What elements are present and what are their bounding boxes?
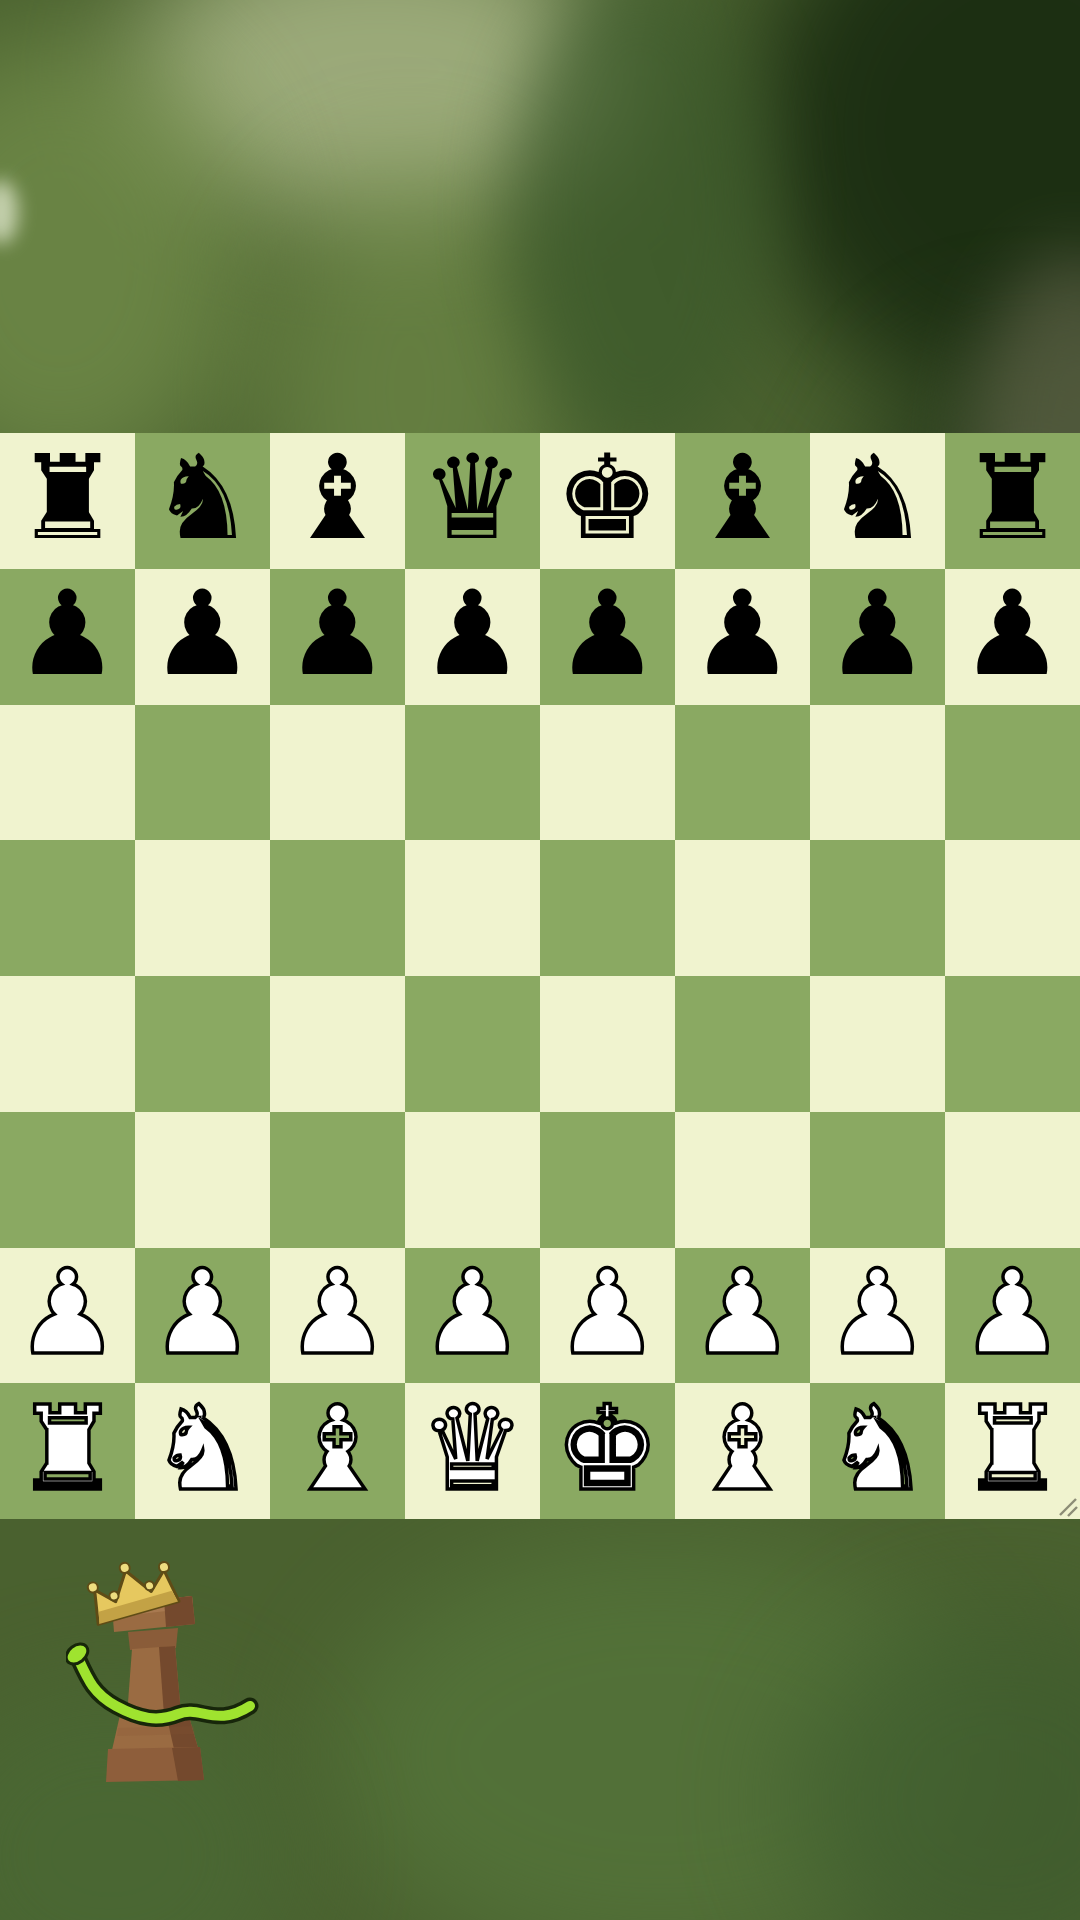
square-h7[interactable]: ♟ (945, 569, 1080, 705)
square-h5[interactable] (945, 840, 1080, 976)
square-c3[interactable] (270, 1112, 405, 1248)
square-g4[interactable] (810, 976, 945, 1112)
square-e2[interactable]: ♟ (540, 1248, 675, 1384)
piece-white-pawn[interactable]: ♟ (420, 1254, 525, 1371)
square-a4[interactable] (0, 976, 135, 1112)
piece-black-knight[interactable]: ♞ (150, 439, 255, 556)
square-b8[interactable]: ♞ (135, 433, 270, 569)
rook-icon (106, 1596, 204, 1782)
piece-black-king[interactable]: ♚ (555, 439, 660, 556)
square-e1[interactable]: ♚ (540, 1383, 675, 1519)
crowned-rook-snake-logo (66, 1552, 270, 1792)
square-a3[interactable] (0, 1112, 135, 1248)
square-f8[interactable]: ♝ (675, 433, 810, 569)
piece-black-pawn[interactable]: ♟ (825, 575, 930, 692)
square-c1[interactable]: ♝ (270, 1383, 405, 1519)
square-b4[interactable] (135, 976, 270, 1112)
square-a2[interactable]: ♟ (0, 1248, 135, 1384)
square-e5[interactable] (540, 840, 675, 976)
piece-black-knight[interactable]: ♞ (825, 439, 930, 556)
square-h2[interactable]: ♟ (945, 1248, 1080, 1384)
square-c8[interactable]: ♝ (270, 433, 405, 569)
piece-white-pawn[interactable]: ♟ (690, 1254, 795, 1371)
square-a8[interactable]: ♜ (0, 433, 135, 569)
piece-black-pawn[interactable]: ♟ (150, 575, 255, 692)
square-d2[interactable]: ♟ (405, 1248, 540, 1384)
square-f2[interactable]: ♟ (675, 1248, 810, 1384)
square-b2[interactable]: ♟ (135, 1248, 270, 1384)
square-g8[interactable]: ♞ (810, 433, 945, 569)
square-a6[interactable] (0, 705, 135, 841)
square-d4[interactable] (405, 976, 540, 1112)
piece-white-knight[interactable]: ♞ (825, 1390, 930, 1507)
piece-white-pawn[interactable]: ♟ (825, 1254, 930, 1371)
square-b3[interactable] (135, 1112, 270, 1248)
square-f4[interactable] (675, 976, 810, 1112)
piece-black-queen[interactable]: ♛ (420, 439, 525, 556)
square-b7[interactable]: ♟ (135, 569, 270, 705)
square-g3[interactable] (810, 1112, 945, 1248)
piece-white-king[interactable]: ♚ (555, 1390, 660, 1507)
square-g5[interactable] (810, 840, 945, 976)
piece-white-pawn[interactable]: ♟ (960, 1254, 1065, 1371)
piece-white-rook[interactable]: ♜ (960, 1390, 1065, 1507)
piece-black-rook[interactable]: ♜ (15, 439, 120, 556)
square-f1[interactable]: ♝ (675, 1383, 810, 1519)
piece-white-pawn[interactable]: ♟ (15, 1254, 120, 1371)
square-e8[interactable]: ♚ (540, 433, 675, 569)
piece-black-bishop[interactable]: ♝ (690, 439, 795, 556)
piece-white-bishop[interactable]: ♝ (690, 1390, 795, 1507)
square-d3[interactable] (405, 1112, 540, 1248)
piece-black-pawn[interactable]: ♟ (285, 575, 390, 692)
square-c6[interactable] (270, 705, 405, 841)
piece-black-rook[interactable]: ♜ (960, 439, 1065, 556)
square-c7[interactable]: ♟ (270, 569, 405, 705)
square-a7[interactable]: ♟ (0, 569, 135, 705)
square-f3[interactable] (675, 1112, 810, 1248)
square-b1[interactable]: ♞ (135, 1383, 270, 1519)
square-h3[interactable] (945, 1112, 1080, 1248)
square-g1[interactable]: ♞ (810, 1383, 945, 1519)
square-f7[interactable]: ♟ (675, 569, 810, 705)
piece-white-pawn[interactable]: ♟ (555, 1254, 660, 1371)
square-d6[interactable] (405, 705, 540, 841)
piece-white-queen[interactable]: ♛ (420, 1390, 525, 1507)
piece-white-pawn[interactable]: ♟ (285, 1254, 390, 1371)
piece-black-pawn[interactable]: ♟ (420, 575, 525, 692)
piece-white-rook[interactable]: ♜ (15, 1390, 120, 1507)
square-h8[interactable]: ♜ (945, 433, 1080, 569)
square-g6[interactable] (810, 705, 945, 841)
square-g2[interactable]: ♟ (810, 1248, 945, 1384)
square-h4[interactable] (945, 976, 1080, 1112)
piece-black-pawn[interactable]: ♟ (15, 575, 120, 692)
square-a5[interactable] (0, 840, 135, 976)
piece-white-bishop[interactable]: ♝ (285, 1390, 390, 1507)
piece-black-pawn[interactable]: ♟ (555, 575, 660, 692)
square-d7[interactable]: ♟ (405, 569, 540, 705)
chess-board[interactable]: ♜♞♝♛♚♝♞♜♟♟♟♟♟♟♟♟♟♟♟♟♟♟♟♟♜♞♝♛♚♝♞♜ (0, 433, 1080, 1519)
square-c5[interactable] (270, 840, 405, 976)
square-f5[interactable] (675, 840, 810, 976)
square-e6[interactable] (540, 705, 675, 841)
square-c4[interactable] (270, 976, 405, 1112)
square-d8[interactable]: ♛ (405, 433, 540, 569)
square-g7[interactable]: ♟ (810, 569, 945, 705)
square-a1[interactable]: ♜ (0, 1383, 135, 1519)
background-blob (510, 0, 770, 450)
square-e4[interactable] (540, 976, 675, 1112)
piece-white-pawn[interactable]: ♟ (150, 1254, 255, 1371)
square-c2[interactable]: ♟ (270, 1248, 405, 1384)
piece-black-pawn[interactable]: ♟ (690, 575, 795, 692)
square-d5[interactable] (405, 840, 540, 976)
piece-black-pawn[interactable]: ♟ (960, 575, 1065, 692)
square-b5[interactable] (135, 840, 270, 976)
square-e7[interactable]: ♟ (540, 569, 675, 705)
square-f6[interactable] (675, 705, 810, 841)
square-h1[interactable]: ♜ (945, 1383, 1080, 1519)
square-d1[interactable]: ♛ (405, 1383, 540, 1519)
square-h6[interactable] (945, 705, 1080, 841)
piece-white-knight[interactable]: ♞ (150, 1390, 255, 1507)
square-e3[interactable] (540, 1112, 675, 1248)
piece-black-bishop[interactable]: ♝ (285, 439, 390, 556)
square-b6[interactable] (135, 705, 270, 841)
